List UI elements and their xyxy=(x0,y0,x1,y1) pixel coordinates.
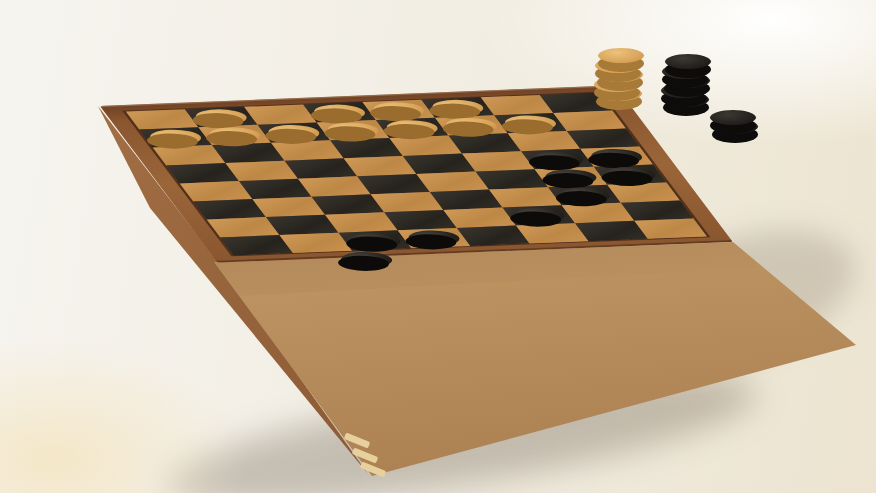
light-stack-disc xyxy=(598,55,644,72)
black-stack-disc xyxy=(665,61,711,78)
black-man-on-rail xyxy=(336,251,397,268)
board-cell-h2 xyxy=(621,200,694,220)
board-cell-h3 xyxy=(607,182,680,202)
board-cell-h6 xyxy=(567,129,640,149)
board-cell-h1 xyxy=(634,218,707,238)
black-stack-small-disc xyxy=(710,117,756,134)
photo-scene xyxy=(0,0,876,493)
board-cell-h7 xyxy=(553,111,626,131)
